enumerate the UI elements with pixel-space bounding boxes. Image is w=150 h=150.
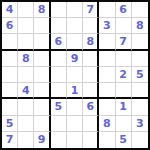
cell-r9c9[interactable] [132,132,148,148]
cell-r9c5[interactable] [67,132,83,148]
cell-r6c8[interactable] [116,83,132,99]
cell-r4c6[interactable] [83,51,99,67]
cell-r2c6[interactable] [83,18,99,34]
cell-r7c5[interactable] [67,99,83,115]
cell-r1c3[interactable]: 8 [34,2,50,18]
cell-r1c6[interactable]: 7 [83,2,99,18]
cell-r8c7[interactable]: 8 [99,116,115,132]
cell-r4c1[interactable] [2,51,18,67]
cell-r9c7[interactable] [99,132,115,148]
cell-r3c3[interactable] [34,34,50,50]
cell-r1c2[interactable] [18,2,34,18]
cell-r9c6[interactable] [83,132,99,148]
cell-r3c4[interactable]: 6 [51,34,67,50]
cell-r3c8[interactable]: 7 [116,34,132,50]
cell-r8c1[interactable]: 5 [2,116,18,132]
cell-r8c4[interactable] [51,116,67,132]
cell-r3c6[interactable]: 8 [83,34,99,50]
cell-r7c6[interactable]: 6 [83,99,99,115]
cell-r5c7[interactable] [99,67,115,83]
cell-r1c4[interactable] [51,2,67,18]
cell-r8c6[interactable] [83,116,99,132]
cell-r8c2[interactable] [18,116,34,132]
cell-r1c7[interactable] [99,2,115,18]
cell-r7c7[interactable] [99,99,115,115]
cell-r3c2[interactable] [18,34,34,50]
cell-r5c3[interactable] [34,67,50,83]
cell-r5c9[interactable]: 5 [132,67,148,83]
cell-r4c3[interactable] [34,51,50,67]
cell-r9c1[interactable]: 7 [2,132,18,148]
cell-r2c4[interactable] [51,18,67,34]
cell-r1c1[interactable]: 4 [2,2,18,18]
cell-r7c1[interactable] [2,99,18,115]
cell-r8c9[interactable]: 3 [132,116,148,132]
cell-r7c8[interactable]: 1 [116,99,132,115]
cell-r6c6[interactable] [83,83,99,99]
cell-r7c2[interactable] [18,99,34,115]
sudoku-board: 4876638687892541561583795 [0,0,150,150]
cell-r7c9[interactable] [132,99,148,115]
cell-r4c7[interactable] [99,51,115,67]
cell-r3c9[interactable] [132,34,148,50]
cell-r2c3[interactable] [34,18,50,34]
cell-r5c2[interactable] [18,67,34,83]
cell-r8c3[interactable] [34,116,50,132]
cell-r6c9[interactable] [132,83,148,99]
cell-r8c8[interactable] [116,116,132,132]
cell-r6c5[interactable]: 1 [67,83,83,99]
cell-r9c4[interactable] [51,132,67,148]
cell-r6c7[interactable] [99,83,115,99]
cell-r2c1[interactable]: 6 [2,18,18,34]
cell-r8c5[interactable] [67,116,83,132]
cell-r9c2[interactable] [18,132,34,148]
cell-r5c8[interactable]: 2 [116,67,132,83]
cell-r4c4[interactable] [51,51,67,67]
cell-r5c4[interactable] [51,67,67,83]
cell-r5c6[interactable] [83,67,99,83]
cell-r4c2[interactable]: 8 [18,51,34,67]
cell-r6c3[interactable] [34,83,50,99]
cell-r6c2[interactable]: 4 [18,83,34,99]
cell-r1c9[interactable] [132,2,148,18]
cell-r4c5[interactable]: 9 [67,51,83,67]
cell-r4c9[interactable] [132,51,148,67]
cell-r1c8[interactable]: 6 [116,2,132,18]
cell-r9c8[interactable]: 5 [116,132,132,148]
cell-r9c3[interactable]: 9 [34,132,50,148]
cell-r5c1[interactable] [2,67,18,83]
cell-r2c7[interactable]: 3 [99,18,115,34]
cell-r7c3[interactable] [34,99,50,115]
cell-r3c7[interactable] [99,34,115,50]
cell-r7c4[interactable]: 5 [51,99,67,115]
cell-r6c1[interactable] [2,83,18,99]
cell-r2c5[interactable] [67,18,83,34]
cell-r1c5[interactable] [67,2,83,18]
cell-r2c2[interactable] [18,18,34,34]
cell-r3c1[interactable] [2,34,18,50]
cell-r2c8[interactable] [116,18,132,34]
cell-r5c5[interactable] [67,67,83,83]
cell-r6c4[interactable] [51,83,67,99]
cell-r2c9[interactable]: 8 [132,18,148,34]
cell-r4c8[interactable] [116,51,132,67]
cell-r3c5[interactable] [67,34,83,50]
